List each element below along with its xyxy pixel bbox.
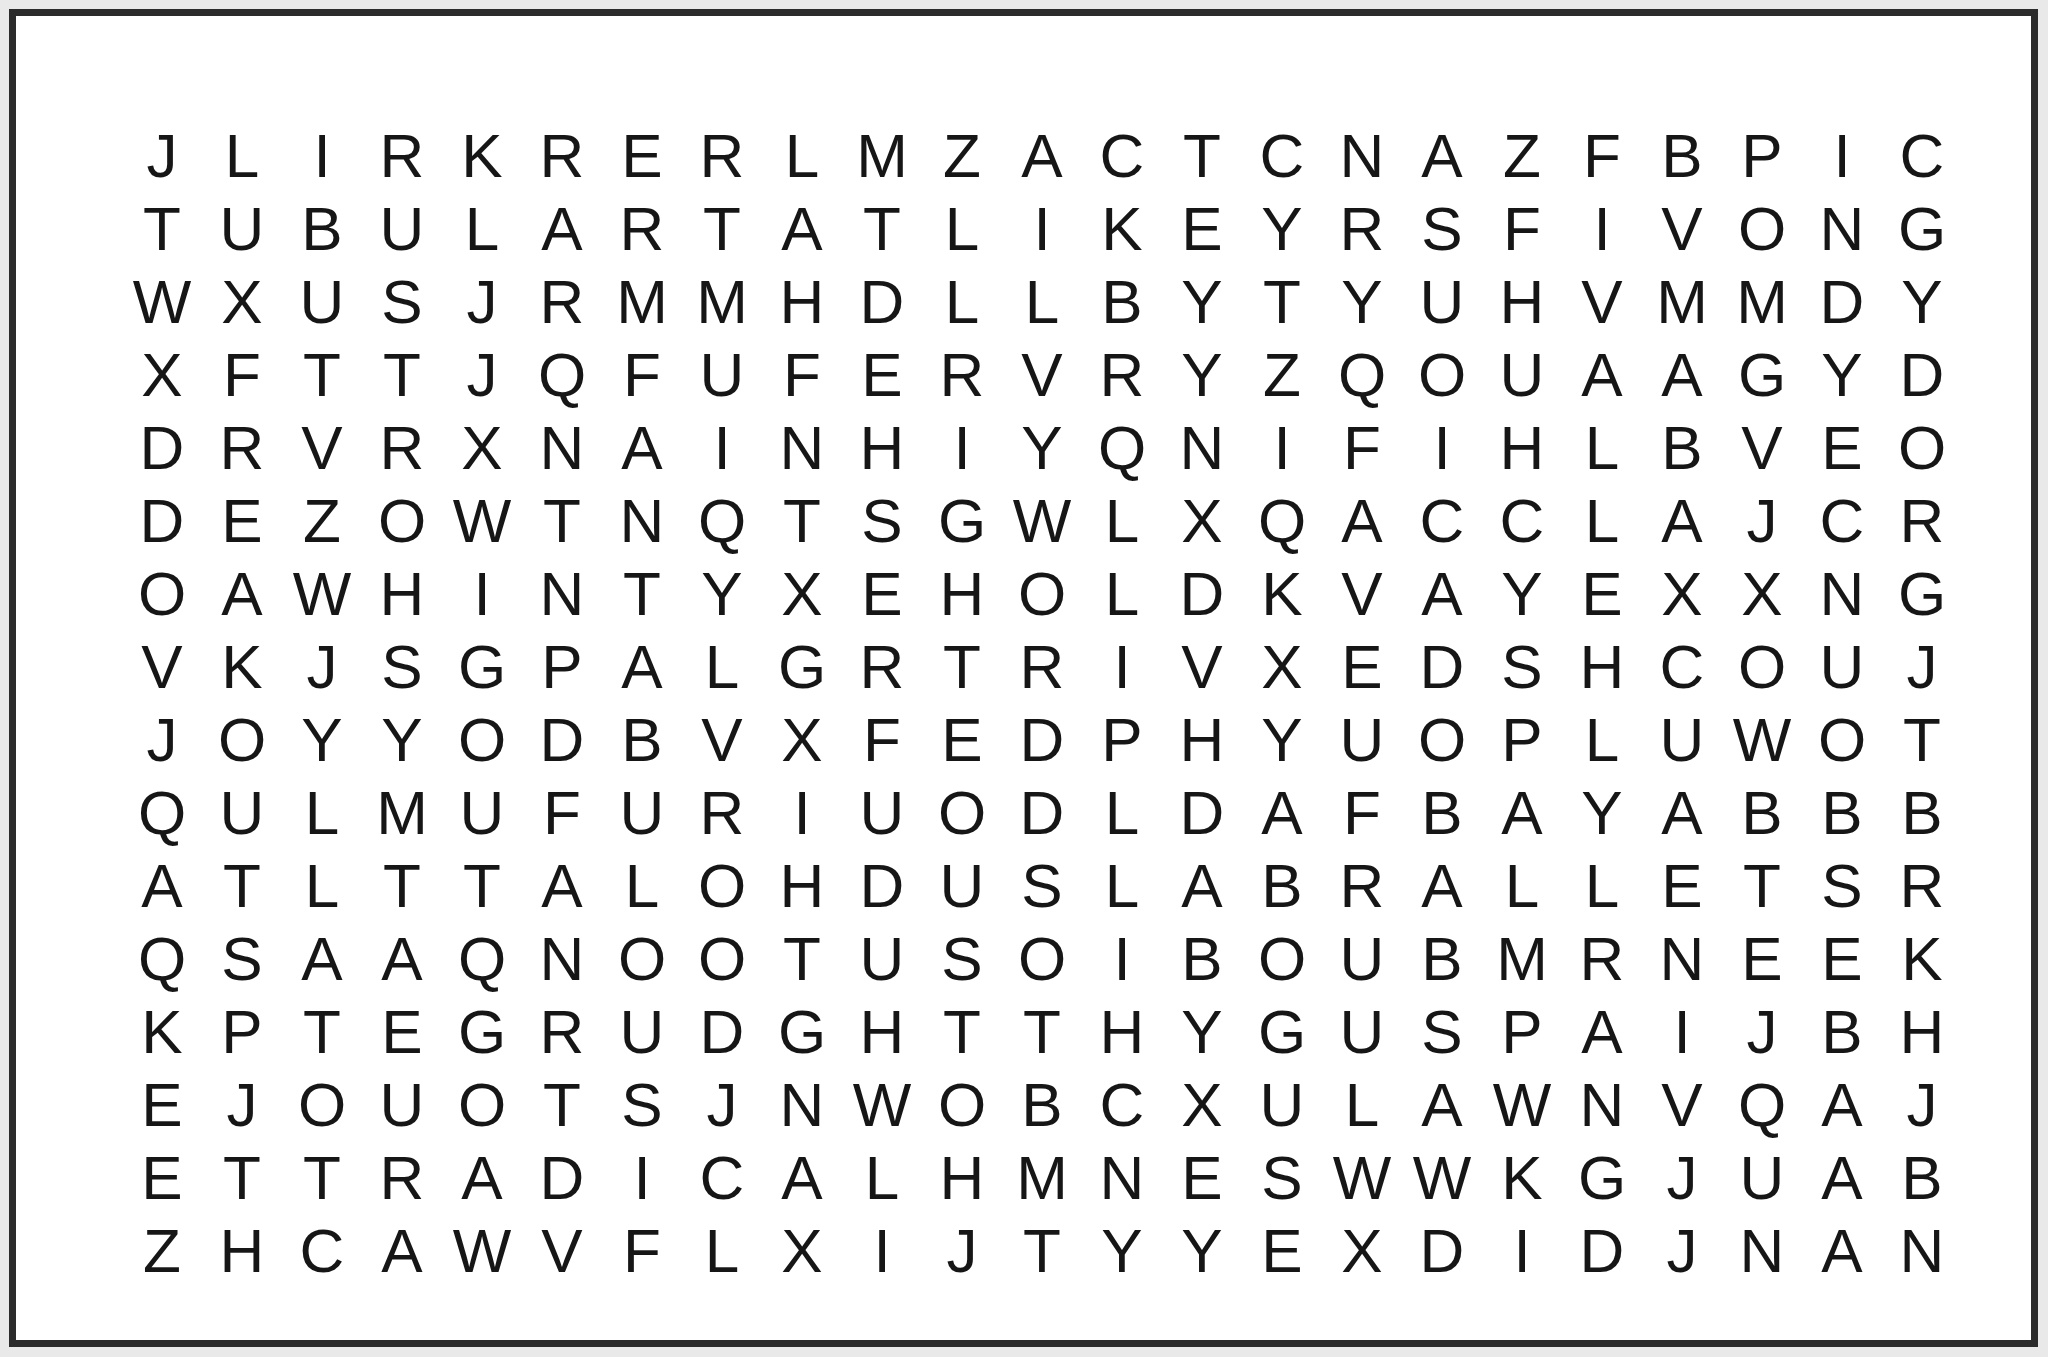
- grid-cell[interactable]: O: [1722, 192, 1802, 265]
- grid-cell[interactable]: S: [922, 922, 1002, 995]
- grid-cell[interactable]: T: [122, 192, 202, 265]
- grid-cell[interactable]: A: [1802, 1068, 1882, 1141]
- grid-cell[interactable]: E: [1162, 1141, 1242, 1214]
- grid-cell[interactable]: E: [922, 703, 1002, 776]
- grid-cell[interactable]: T: [602, 557, 682, 630]
- grid-cell[interactable]: G: [442, 995, 522, 1068]
- grid-cell[interactable]: Y: [1322, 265, 1402, 338]
- grid-cell[interactable]: G: [922, 484, 1002, 557]
- grid-cell[interactable]: A: [1802, 1141, 1882, 1214]
- grid-cell[interactable]: P: [522, 630, 602, 703]
- grid-cell[interactable]: L: [1082, 776, 1162, 849]
- grid-cell[interactable]: C: [282, 1214, 362, 1287]
- grid-cell[interactable]: A: [522, 192, 602, 265]
- grid-cell[interactable]: L: [202, 119, 282, 192]
- grid-cell[interactable]: W: [1002, 484, 1082, 557]
- grid-cell[interactable]: U: [1322, 703, 1402, 776]
- grid-cell[interactable]: X: [1642, 557, 1722, 630]
- grid-cell[interactable]: K: [1482, 1141, 1562, 1214]
- grid-cell[interactable]: E: [1562, 557, 1642, 630]
- grid-cell[interactable]: B: [1882, 1141, 1962, 1214]
- grid-cell[interactable]: O: [1802, 703, 1882, 776]
- grid-cell[interactable]: I: [1562, 192, 1642, 265]
- grid-cell[interactable]: H: [762, 849, 842, 922]
- grid-cell[interactable]: X: [1242, 630, 1322, 703]
- grid-cell[interactable]: A: [282, 922, 362, 995]
- grid-cell[interactable]: F: [1482, 192, 1562, 265]
- grid-cell[interactable]: T: [1722, 849, 1802, 922]
- grid-cell[interactable]: L: [282, 776, 362, 849]
- grid-cell[interactable]: B: [1882, 776, 1962, 849]
- grid-cell[interactable]: Q: [1322, 338, 1402, 411]
- grid-cell[interactable]: Z: [922, 119, 1002, 192]
- grid-cell[interactable]: E: [842, 338, 922, 411]
- grid-cell[interactable]: J: [122, 703, 202, 776]
- grid-cell[interactable]: T: [842, 192, 922, 265]
- grid-cell[interactable]: T: [1242, 265, 1322, 338]
- grid-cell[interactable]: R: [522, 265, 602, 338]
- grid-cell[interactable]: I: [842, 1214, 922, 1287]
- grid-cell[interactable]: W: [282, 557, 362, 630]
- grid-cell[interactable]: N: [1322, 119, 1402, 192]
- grid-cell[interactable]: I: [442, 557, 522, 630]
- grid-cell[interactable]: A: [122, 849, 202, 922]
- grid-cell[interactable]: A: [762, 1141, 842, 1214]
- grid-cell[interactable]: S: [362, 630, 442, 703]
- grid-cell[interactable]: R: [842, 630, 922, 703]
- grid-cell[interactable]: C: [1482, 484, 1562, 557]
- grid-cell[interactable]: B: [1402, 776, 1482, 849]
- grid-cell[interactable]: A: [1402, 557, 1482, 630]
- grid-cell[interactable]: U: [602, 995, 682, 1068]
- grid-cell[interactable]: T: [202, 1141, 282, 1214]
- grid-cell[interactable]: L: [1482, 849, 1562, 922]
- grid-cell[interactable]: A: [1002, 119, 1082, 192]
- grid-cell[interactable]: M: [1482, 922, 1562, 995]
- grid-cell[interactable]: L: [1562, 411, 1642, 484]
- grid-cell[interactable]: I: [1802, 119, 1882, 192]
- grid-cell[interactable]: A: [362, 1214, 442, 1287]
- grid-cell[interactable]: E: [1802, 922, 1882, 995]
- grid-cell[interactable]: S: [1482, 630, 1562, 703]
- grid-cell[interactable]: W: [442, 1214, 522, 1287]
- grid-cell[interactable]: A: [522, 849, 602, 922]
- grid-cell[interactable]: I: [1482, 1214, 1562, 1287]
- grid-cell[interactable]: L: [1562, 703, 1642, 776]
- grid-cell[interactable]: O: [682, 922, 762, 995]
- grid-cell[interactable]: S: [842, 484, 922, 557]
- grid-cell[interactable]: Q: [1722, 1068, 1802, 1141]
- grid-cell[interactable]: G: [1562, 1141, 1642, 1214]
- grid-cell[interactable]: O: [1402, 703, 1482, 776]
- grid-cell[interactable]: C: [682, 1141, 762, 1214]
- grid-cell[interactable]: M: [1002, 1141, 1082, 1214]
- grid-cell[interactable]: G: [1882, 557, 1962, 630]
- grid-cell[interactable]: T: [362, 338, 442, 411]
- grid-cell[interactable]: H: [202, 1214, 282, 1287]
- grid-cell[interactable]: F: [842, 703, 922, 776]
- grid-cell[interactable]: E: [842, 557, 922, 630]
- grid-cell[interactable]: A: [202, 557, 282, 630]
- grid-cell[interactable]: X: [1162, 484, 1242, 557]
- grid-cell[interactable]: Q: [522, 338, 602, 411]
- grid-cell[interactable]: W: [1482, 1068, 1562, 1141]
- grid-cell[interactable]: A: [1402, 1068, 1482, 1141]
- grid-cell[interactable]: Y: [1082, 1214, 1162, 1287]
- grid-cell[interactable]: U: [362, 1068, 442, 1141]
- grid-cell[interactable]: F: [1322, 776, 1402, 849]
- grid-cell[interactable]: Y: [362, 703, 442, 776]
- grid-cell[interactable]: A: [1642, 338, 1722, 411]
- grid-cell[interactable]: V: [122, 630, 202, 703]
- grid-cell[interactable]: O: [1882, 411, 1962, 484]
- grid-cell[interactable]: N: [762, 1068, 842, 1141]
- grid-cell[interactable]: B: [602, 703, 682, 776]
- grid-cell[interactable]: B: [1642, 119, 1722, 192]
- grid-cell[interactable]: H: [362, 557, 442, 630]
- grid-cell[interactable]: X: [1322, 1214, 1402, 1287]
- grid-cell[interactable]: V: [282, 411, 362, 484]
- grid-cell[interactable]: E: [122, 1068, 202, 1141]
- grid-cell[interactable]: O: [1242, 922, 1322, 995]
- grid-cell[interactable]: Y: [1162, 995, 1242, 1068]
- grid-cell[interactable]: T: [1882, 703, 1962, 776]
- grid-cell[interactable]: Y: [1882, 265, 1962, 338]
- grid-cell[interactable]: J: [282, 630, 362, 703]
- grid-cell[interactable]: A: [442, 1141, 522, 1214]
- grid-cell[interactable]: A: [1642, 776, 1722, 849]
- grid-cell[interactable]: F: [602, 338, 682, 411]
- grid-cell[interactable]: U: [1482, 338, 1562, 411]
- grid-cell[interactable]: Y: [1562, 776, 1642, 849]
- grid-cell[interactable]: M: [602, 265, 682, 338]
- grid-cell[interactable]: E: [1162, 192, 1242, 265]
- grid-cell[interactable]: V: [1642, 192, 1722, 265]
- grid-cell[interactable]: D: [1562, 1214, 1642, 1287]
- grid-cell[interactable]: L: [282, 849, 362, 922]
- grid-cell[interactable]: Q: [122, 776, 202, 849]
- grid-cell[interactable]: B: [1242, 849, 1322, 922]
- grid-cell[interactable]: I: [682, 411, 762, 484]
- grid-cell[interactable]: S: [1402, 192, 1482, 265]
- grid-cell[interactable]: P: [1482, 703, 1562, 776]
- grid-cell[interactable]: R: [1322, 849, 1402, 922]
- grid-cell[interactable]: X: [762, 557, 842, 630]
- grid-cell[interactable]: R: [1082, 338, 1162, 411]
- grid-cell[interactable]: M: [682, 265, 762, 338]
- grid-cell[interactable]: H: [1562, 630, 1642, 703]
- grid-cell[interactable]: D: [1402, 630, 1482, 703]
- grid-cell[interactable]: J: [122, 119, 202, 192]
- grid-cell[interactable]: R: [682, 776, 762, 849]
- grid-cell[interactable]: K: [1882, 922, 1962, 995]
- grid-cell[interactable]: D: [1802, 265, 1882, 338]
- grid-cell[interactable]: C: [1082, 119, 1162, 192]
- grid-cell[interactable]: Y: [1002, 411, 1082, 484]
- grid-cell[interactable]: W: [1722, 703, 1802, 776]
- grid-cell[interactable]: D: [1162, 557, 1242, 630]
- grid-cell[interactable]: T: [922, 995, 1002, 1068]
- grid-cell[interactable]: X: [202, 265, 282, 338]
- grid-cell[interactable]: Q: [442, 922, 522, 995]
- grid-cell[interactable]: N: [1802, 557, 1882, 630]
- grid-cell[interactable]: U: [602, 776, 682, 849]
- grid-cell[interactable]: I: [762, 776, 842, 849]
- grid-cell[interactable]: Q: [1082, 411, 1162, 484]
- grid-cell[interactable]: T: [1002, 1214, 1082, 1287]
- grid-cell[interactable]: R: [202, 411, 282, 484]
- grid-cell[interactable]: M: [1722, 265, 1802, 338]
- grid-cell[interactable]: D: [122, 484, 202, 557]
- grid-cell[interactable]: G: [762, 995, 842, 1068]
- grid-cell[interactable]: S: [1002, 849, 1082, 922]
- grid-cell[interactable]: E: [1722, 922, 1802, 995]
- grid-cell[interactable]: T: [1162, 119, 1242, 192]
- grid-cell[interactable]: X: [762, 703, 842, 776]
- grid-cell[interactable]: E: [122, 1141, 202, 1214]
- grid-cell[interactable]: V: [522, 1214, 602, 1287]
- grid-cell[interactable]: O: [442, 1068, 522, 1141]
- grid-cell[interactable]: K: [122, 995, 202, 1068]
- grid-cell[interactable]: A: [1162, 849, 1242, 922]
- grid-cell[interactable]: E: [1642, 849, 1722, 922]
- grid-cell[interactable]: N: [522, 411, 602, 484]
- grid-cell[interactable]: F: [202, 338, 282, 411]
- grid-cell[interactable]: I: [1402, 411, 1482, 484]
- grid-cell[interactable]: U: [202, 776, 282, 849]
- grid-cell[interactable]: F: [522, 776, 602, 849]
- grid-cell[interactable]: W: [122, 265, 202, 338]
- grid-cell[interactable]: R: [1882, 849, 1962, 922]
- grid-cell[interactable]: R: [682, 119, 762, 192]
- grid-cell[interactable]: N: [1642, 922, 1722, 995]
- grid-cell[interactable]: O: [602, 922, 682, 995]
- grid-cell[interactable]: L: [1082, 849, 1162, 922]
- grid-cell[interactable]: Z: [1242, 338, 1322, 411]
- grid-cell[interactable]: Y: [1162, 265, 1242, 338]
- grid-cell[interactable]: U: [282, 265, 362, 338]
- grid-cell[interactable]: T: [762, 484, 842, 557]
- grid-cell[interactable]: Y: [282, 703, 362, 776]
- grid-cell[interactable]: U: [1642, 703, 1722, 776]
- grid-cell[interactable]: E: [602, 119, 682, 192]
- grid-cell[interactable]: Z: [122, 1214, 202, 1287]
- grid-cell[interactable]: P: [1082, 703, 1162, 776]
- grid-cell[interactable]: G: [1722, 338, 1802, 411]
- grid-cell[interactable]: J: [1642, 1141, 1722, 1214]
- grid-cell[interactable]: D: [682, 995, 762, 1068]
- grid-cell[interactable]: D: [522, 703, 602, 776]
- grid-cell[interactable]: J: [442, 265, 522, 338]
- grid-cell[interactable]: H: [1162, 703, 1242, 776]
- grid-cell[interactable]: S: [362, 265, 442, 338]
- grid-cell[interactable]: D: [1402, 1214, 1482, 1287]
- grid-cell[interactable]: C: [1882, 119, 1962, 192]
- grid-cell[interactable]: B: [1162, 922, 1242, 995]
- grid-cell[interactable]: F: [602, 1214, 682, 1287]
- grid-cell[interactable]: L: [602, 849, 682, 922]
- grid-cell[interactable]: O: [922, 1068, 1002, 1141]
- grid-cell[interactable]: Q: [682, 484, 762, 557]
- grid-cell[interactable]: Y: [1482, 557, 1562, 630]
- grid-cell[interactable]: T: [362, 849, 442, 922]
- grid-cell[interactable]: O: [1002, 557, 1082, 630]
- grid-cell[interactable]: N: [1722, 1214, 1802, 1287]
- grid-cell[interactable]: R: [1322, 192, 1402, 265]
- grid-cell[interactable]: L: [1082, 484, 1162, 557]
- grid-cell[interactable]: L: [442, 192, 522, 265]
- grid-cell[interactable]: T: [922, 630, 1002, 703]
- grid-cell[interactable]: B: [1402, 922, 1482, 995]
- grid-cell[interactable]: D: [842, 265, 922, 338]
- grid-cell[interactable]: A: [1802, 1214, 1882, 1287]
- grid-cell[interactable]: V: [682, 703, 762, 776]
- grid-cell[interactable]: N: [522, 557, 602, 630]
- grid-cell[interactable]: A: [1562, 338, 1642, 411]
- grid-cell[interactable]: T: [522, 484, 602, 557]
- grid-cell[interactable]: I: [1002, 192, 1082, 265]
- grid-cell[interactable]: X: [762, 1214, 842, 1287]
- grid-cell[interactable]: B: [1082, 265, 1162, 338]
- grid-cell[interactable]: T: [1002, 995, 1082, 1068]
- grid-cell[interactable]: H: [922, 1141, 1002, 1214]
- grid-cell[interactable]: B: [1802, 776, 1882, 849]
- grid-cell[interactable]: B: [1722, 776, 1802, 849]
- grid-cell[interactable]: C: [1082, 1068, 1162, 1141]
- grid-cell[interactable]: P: [1722, 119, 1802, 192]
- grid-cell[interactable]: G: [442, 630, 522, 703]
- grid-cell[interactable]: O: [1722, 630, 1802, 703]
- grid-cell[interactable]: I: [922, 411, 1002, 484]
- grid-cell[interactable]: V: [1722, 411, 1802, 484]
- grid-cell[interactable]: T: [202, 849, 282, 922]
- grid-cell[interactable]: Q: [1242, 484, 1322, 557]
- grid-cell[interactable]: U: [362, 192, 442, 265]
- grid-cell[interactable]: P: [1482, 995, 1562, 1068]
- grid-cell[interactable]: I: [1242, 411, 1322, 484]
- grid-cell[interactable]: Z: [1482, 119, 1562, 192]
- grid-cell[interactable]: M: [842, 119, 922, 192]
- grid-cell[interactable]: X: [1162, 1068, 1242, 1141]
- grid-cell[interactable]: D: [1882, 338, 1962, 411]
- grid-cell[interactable]: I: [1082, 922, 1162, 995]
- grid-cell[interactable]: W: [842, 1068, 922, 1141]
- grid-cell[interactable]: G: [1242, 995, 1322, 1068]
- grid-cell[interactable]: R: [602, 192, 682, 265]
- grid-cell[interactable]: U: [1402, 265, 1482, 338]
- grid-cell[interactable]: G: [762, 630, 842, 703]
- grid-cell[interactable]: R: [362, 1141, 442, 1214]
- grid-cell[interactable]: E: [1242, 1214, 1322, 1287]
- grid-cell[interactable]: X: [122, 338, 202, 411]
- grid-cell[interactable]: A: [1322, 484, 1402, 557]
- grid-cell[interactable]: A: [1402, 849, 1482, 922]
- grid-cell[interactable]: T: [762, 922, 842, 995]
- grid-cell[interactable]: H: [1482, 265, 1562, 338]
- grid-cell[interactable]: I: [282, 119, 362, 192]
- grid-cell[interactable]: W: [1402, 1141, 1482, 1214]
- grid-cell[interactable]: R: [1002, 630, 1082, 703]
- grid-cell[interactable]: C: [1642, 630, 1722, 703]
- grid-cell[interactable]: O: [1002, 922, 1082, 995]
- grid-cell[interactable]: N: [522, 922, 602, 995]
- grid-cell[interactable]: A: [1562, 995, 1642, 1068]
- grid-cell[interactable]: N: [1162, 411, 1242, 484]
- grid-cell[interactable]: A: [1242, 776, 1322, 849]
- grid-cell[interactable]: B: [1642, 411, 1722, 484]
- grid-cell[interactable]: U: [1802, 630, 1882, 703]
- grid-cell[interactable]: M: [362, 776, 442, 849]
- grid-cell[interactable]: J: [442, 338, 522, 411]
- grid-cell[interactable]: H: [1882, 995, 1962, 1068]
- grid-cell[interactable]: O: [682, 849, 762, 922]
- grid-cell[interactable]: S: [1242, 1141, 1322, 1214]
- grid-cell[interactable]: S: [202, 922, 282, 995]
- grid-cell[interactable]: F: [762, 338, 842, 411]
- grid-cell[interactable]: N: [1082, 1141, 1162, 1214]
- grid-cell[interactable]: L: [1562, 484, 1642, 557]
- grid-cell[interactable]: A: [602, 630, 682, 703]
- grid-cell[interactable]: V: [1322, 557, 1402, 630]
- grid-cell[interactable]: V: [1162, 630, 1242, 703]
- grid-cell[interactable]: J: [1722, 484, 1802, 557]
- grid-cell[interactable]: O: [122, 557, 202, 630]
- grid-cell[interactable]: R: [922, 338, 1002, 411]
- grid-cell[interactable]: A: [362, 922, 442, 995]
- grid-cell[interactable]: J: [202, 1068, 282, 1141]
- grid-cell[interactable]: Z: [282, 484, 362, 557]
- grid-cell[interactable]: J: [682, 1068, 762, 1141]
- grid-cell[interactable]: O: [202, 703, 282, 776]
- grid-cell[interactable]: N: [1802, 192, 1882, 265]
- grid-cell[interactable]: L: [1562, 849, 1642, 922]
- grid-cell[interactable]: R: [1882, 484, 1962, 557]
- grid-cell[interactable]: O: [282, 1068, 362, 1141]
- grid-cell[interactable]: Y: [1802, 338, 1882, 411]
- grid-cell[interactable]: U: [202, 192, 282, 265]
- grid-cell[interactable]: L: [682, 1214, 762, 1287]
- grid-cell[interactable]: H: [922, 557, 1002, 630]
- grid-cell[interactable]: L: [762, 119, 842, 192]
- grid-cell[interactable]: Y: [682, 557, 762, 630]
- grid-cell[interactable]: Y: [1162, 338, 1242, 411]
- grid-cell[interactable]: D: [522, 1141, 602, 1214]
- grid-cell[interactable]: D: [122, 411, 202, 484]
- grid-cell[interactable]: R: [362, 119, 442, 192]
- grid-cell[interactable]: J: [922, 1214, 1002, 1287]
- grid-cell[interactable]: I: [1642, 995, 1722, 1068]
- grid-cell[interactable]: L: [1322, 1068, 1402, 1141]
- grid-cell[interactable]: H: [842, 411, 922, 484]
- grid-cell[interactable]: C: [1802, 484, 1882, 557]
- grid-cell[interactable]: H: [762, 265, 842, 338]
- grid-cell[interactable]: A: [762, 192, 842, 265]
- grid-cell[interactable]: K: [1082, 192, 1162, 265]
- grid-cell[interactable]: B: [282, 192, 362, 265]
- grid-cell[interactable]: U: [1722, 1141, 1802, 1214]
- grid-cell[interactable]: A: [1482, 776, 1562, 849]
- grid-cell[interactable]: V: [1642, 1068, 1722, 1141]
- grid-cell[interactable]: U: [1242, 1068, 1322, 1141]
- grid-cell[interactable]: G: [1882, 192, 1962, 265]
- grid-cell[interactable]: R: [1562, 922, 1642, 995]
- grid-cell[interactable]: D: [1002, 776, 1082, 849]
- grid-cell[interactable]: Y: [1162, 1214, 1242, 1287]
- grid-cell[interactable]: V: [1002, 338, 1082, 411]
- grid-cell[interactable]: S: [602, 1068, 682, 1141]
- grid-cell[interactable]: I: [602, 1141, 682, 1214]
- grid-cell[interactable]: L: [1082, 557, 1162, 630]
